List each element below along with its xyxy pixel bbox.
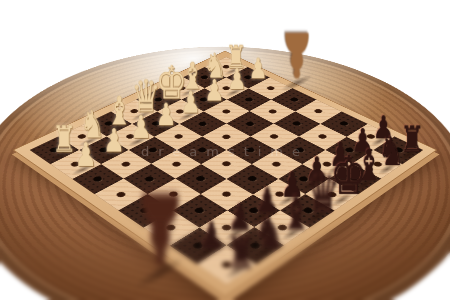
- perspective-stage: ♜♞♝♛♚♝♞♜♟♟♟♟♟♟♟♟♟♟♟♟♟♟♟♟♜♞♝♛♚♝♞♜ ♟ ♟: [0, 0, 450, 300]
- upside-down-pawn-icon[interactable]: ♟: [116, 181, 205, 272]
- white-pawn[interactable]: ♟: [100, 126, 128, 157]
- black-rook[interactable]: ♜: [224, 232, 257, 273]
- chess-photo-scene: ♜♞♝♛♚♝♞♜♟♟♟♟♟♟♟♟♟♟♟♟♟♟♟♟♜♞♝♛♚♝♞♜ ♟ ♟ dre…: [0, 0, 450, 300]
- white-pawn[interactable]: ♟: [72, 140, 101, 171]
